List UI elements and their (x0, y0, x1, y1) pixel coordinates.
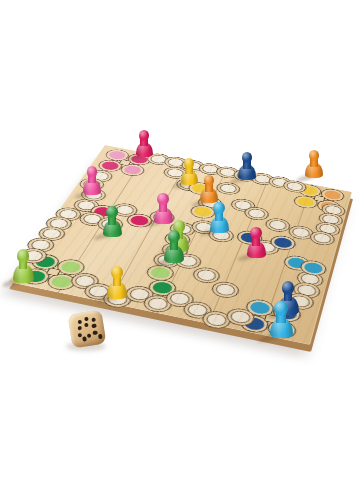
pawn-yellow-5 (181, 158, 198, 185)
pawn-apple-16 (13, 249, 34, 283)
pawn-navy-9 (238, 152, 256, 180)
die-pip (84, 316, 89, 321)
pawn-green-13 (103, 206, 122, 237)
pawn-head (242, 152, 253, 163)
board-circle-white (209, 280, 241, 300)
die-pip (98, 334, 103, 339)
pawn-head (17, 249, 30, 263)
board-circle-white (242, 205, 270, 221)
pawn-head (157, 193, 168, 205)
die-pip (77, 320, 82, 325)
die (68, 310, 107, 349)
die-pip (84, 323, 89, 328)
pawn-head (213, 202, 224, 214)
die-pip (93, 331, 98, 336)
pawn-pink-2 (83, 166, 101, 195)
pawn-cyan-11 (210, 202, 229, 233)
pawn-dark-pink-1 (136, 130, 153, 157)
pawn-head (184, 158, 194, 169)
pawn-dark-pink-4 (247, 227, 266, 258)
board-circle-white (214, 181, 242, 196)
pawn-head (111, 266, 123, 279)
pawn-yellow-6 (107, 266, 127, 299)
pawn-head (106, 206, 117, 218)
die-pip (77, 333, 82, 338)
pawn-head (250, 227, 261, 239)
pawn-head (274, 301, 288, 316)
product-photo-stage (0, 0, 360, 482)
die-pip (92, 323, 97, 328)
pawn-head (204, 175, 215, 186)
pawn-head (282, 281, 295, 295)
pawn-head (168, 230, 180, 243)
die-pip (78, 326, 83, 331)
die-pip (91, 317, 96, 322)
pawn-orange-7 (200, 175, 218, 203)
pawn-head (87, 166, 98, 178)
pawn-cyan-12 (270, 301, 293, 338)
die-pip (87, 333, 92, 338)
pawn-orange-8 (305, 150, 323, 178)
pawn-head (139, 130, 149, 141)
die-pip (82, 337, 87, 342)
pawn-head (309, 150, 320, 161)
pawn-green-14 (164, 230, 184, 263)
